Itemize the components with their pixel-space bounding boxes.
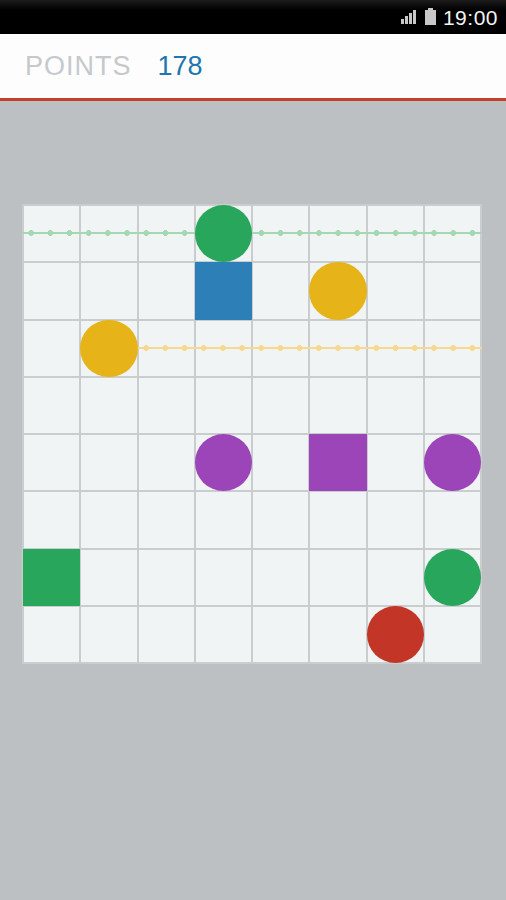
signal-icon [401,9,418,25]
cell-r4c3[interactable] [139,378,194,433]
blue-square-piece[interactable] [195,262,252,319]
cell-r3c2[interactable] [81,321,136,376]
cell-r2c6[interactable] [310,263,365,318]
cell-r7c1[interactable] [24,550,79,605]
points-label: POINTS [25,51,132,82]
cell-r8c2[interactable] [81,607,136,662]
yellow-circle-piece[interactable] [80,320,137,377]
cell-r3c6[interactable] [310,321,365,376]
cell-r2c3[interactable] [139,263,194,318]
cell-r2c4[interactable] [196,263,251,318]
purple-circle-piece[interactable] [424,434,481,491]
red-circle-piece[interactable] [367,606,424,663]
clock: 19:00 [443,7,498,28]
cell-r6c2[interactable] [81,492,136,547]
cell-r3c1[interactable] [24,321,79,376]
cell-r3c3[interactable] [139,321,194,376]
cell-r7c4[interactable] [196,550,251,605]
board-grid [22,204,482,664]
cell-r5c6[interactable] [310,435,365,490]
cell-r4c1[interactable] [24,378,79,433]
cell-r4c7[interactable] [368,378,423,433]
cell-r3c5[interactable] [253,321,308,376]
cell-r3c8[interactable] [425,321,480,376]
cell-r8c7[interactable] [368,607,423,662]
cell-r1c2[interactable] [81,206,136,261]
battery-icon [424,8,437,26]
cell-r6c6[interactable] [310,492,365,547]
cell-r7c7[interactable] [368,550,423,605]
header-divider [0,98,506,101]
cell-r7c5[interactable] [253,550,308,605]
cell-r5c4[interactable] [196,435,251,490]
cell-r5c7[interactable] [368,435,423,490]
cell-r4c8[interactable] [425,378,480,433]
purple-square-piece[interactable] [309,434,366,491]
cell-r1c3[interactable] [139,206,194,261]
app-screen: 19:00 POINTS 178 [0,0,506,900]
cell-r5c8[interactable] [425,435,480,490]
cell-r5c2[interactable] [81,435,136,490]
cell-r6c3[interactable] [139,492,194,547]
cell-r7c8[interactable] [425,550,480,605]
green-square-piece[interactable] [23,549,80,606]
cell-r8c6[interactable] [310,607,365,662]
cell-r8c1[interactable] [24,607,79,662]
cell-r8c8[interactable] [425,607,480,662]
cell-r4c5[interactable] [253,378,308,433]
cell-r5c1[interactable] [24,435,79,490]
cell-r3c7[interactable] [368,321,423,376]
points-value: 178 [158,51,203,82]
cell-r2c5[interactable] [253,263,308,318]
cell-r6c5[interactable] [253,492,308,547]
cell-r4c6[interactable] [310,378,365,433]
cell-r5c3[interactable] [139,435,194,490]
cell-r1c1[interactable] [24,206,79,261]
cell-r2c8[interactable] [425,263,480,318]
status-bar: 19:00 [0,0,506,34]
cell-r4c4[interactable] [196,378,251,433]
purple-circle-piece[interactable] [195,434,252,491]
cell-r1c5[interactable] [253,206,308,261]
game-board [22,204,482,664]
cell-r6c4[interactable] [196,492,251,547]
cell-r8c4[interactable] [196,607,251,662]
cell-r3c4[interactable] [196,321,251,376]
cell-r8c5[interactable] [253,607,308,662]
cell-r2c1[interactable] [24,263,79,318]
cell-r1c7[interactable] [368,206,423,261]
cell-r2c2[interactable] [81,263,136,318]
cell-r7c2[interactable] [81,550,136,605]
score-header: POINTS 178 [0,34,506,98]
green-circle-piece[interactable] [195,205,252,262]
cell-r1c6[interactable] [310,206,365,261]
cell-r6c7[interactable] [368,492,423,547]
yellow-circle-piece[interactable] [309,262,366,319]
cell-r1c4[interactable] [196,206,251,261]
cell-r5c5[interactable] [253,435,308,490]
cell-r7c6[interactable] [310,550,365,605]
cell-r1c8[interactable] [425,206,480,261]
cell-r7c3[interactable] [139,550,194,605]
cell-r6c1[interactable] [24,492,79,547]
green-circle-piece[interactable] [424,549,481,606]
cell-r6c8[interactable] [425,492,480,547]
cell-r2c7[interactable] [368,263,423,318]
cell-r4c2[interactable] [81,378,136,433]
cell-r8c3[interactable] [139,607,194,662]
